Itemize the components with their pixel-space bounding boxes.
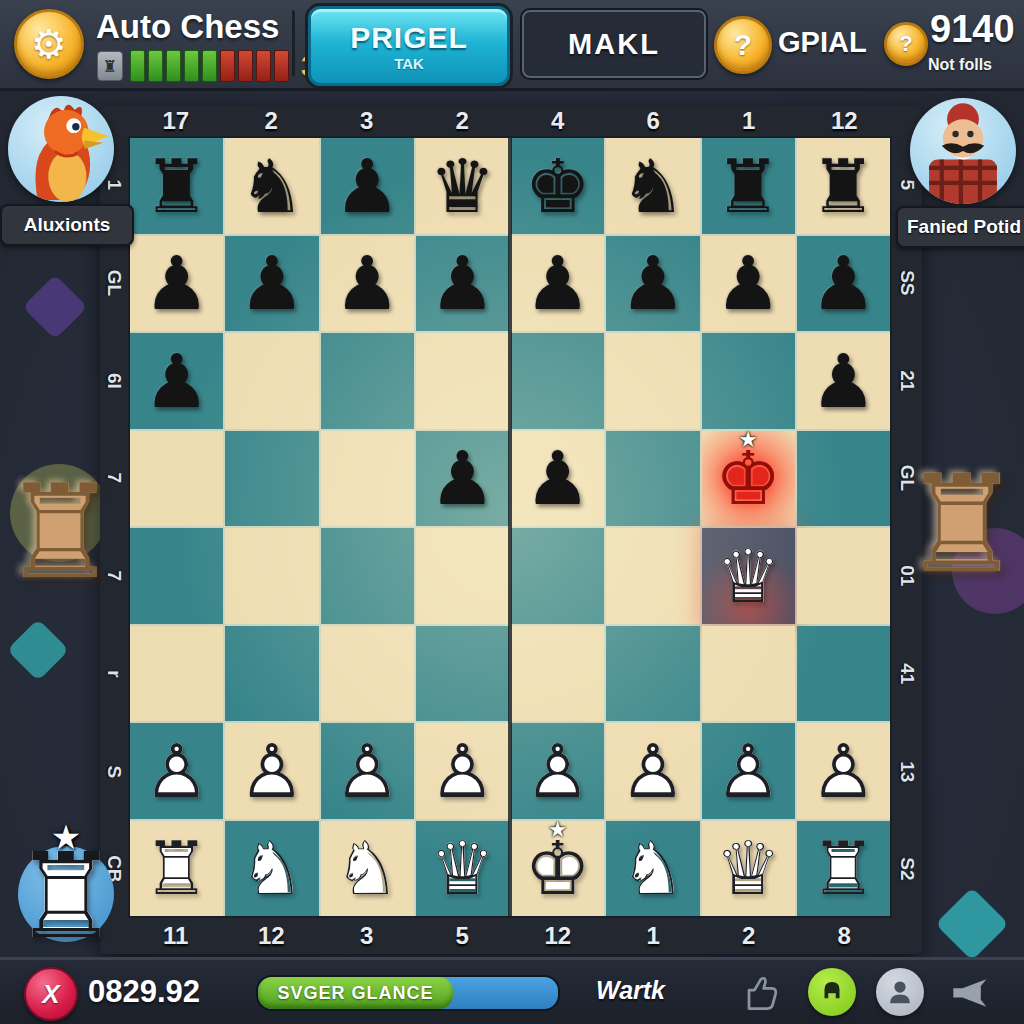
square-b4[interactable] (225, 528, 318, 624)
player-left-nameplate: Aluxionts (0, 204, 134, 246)
coins-value: 9140 (930, 8, 1015, 51)
piece-wP-d2[interactable]: ♟♙ (416, 723, 509, 819)
person-hood-icon (817, 977, 847, 1007)
square-g7[interactable]: ♟ (702, 236, 795, 332)
square-f7[interactable]: ♟ (606, 236, 699, 332)
piece-wN-b1[interactable]: ♞♘ (225, 821, 318, 917)
piece-wP-f2[interactable]: ♟♙ (606, 723, 699, 819)
primary-button-label: PRIGEL (350, 21, 468, 55)
phoenix-avatar-image (8, 96, 114, 202)
square-b1[interactable]: ♞♘ (225, 821, 318, 917)
piece-wQ-d1[interactable]: ♛♕ (416, 821, 509, 917)
board-labels-top: 1723246112 (128, 106, 892, 136)
square-g8[interactable]: ♜ (702, 138, 795, 234)
square-h2[interactable]: ♟♙ (797, 723, 890, 819)
square-d1[interactable]: ♛♕ (416, 821, 509, 917)
board-labels-bottom: 11123512128 (128, 918, 892, 954)
decor-teal-diamond-2 (935, 887, 1009, 961)
square-f4[interactable] (606, 528, 699, 624)
piece-bP-f7[interactable]: ♟ (606, 236, 699, 332)
square-f5[interactable] (606, 431, 699, 527)
piece-wK-e1[interactable]: ♚♔★ (511, 821, 604, 917)
secondary-button-label: MAKL (568, 28, 660, 61)
square-a4[interactable] (130, 528, 223, 624)
help-coin-button[interactable]: ? (714, 16, 772, 74)
secondary-button[interactable]: MAKL (522, 10, 706, 78)
square-a2[interactable]: ♟♙ (130, 723, 223, 819)
square-b2[interactable]: ♟♙ (225, 723, 318, 819)
settings-button[interactable]: ⚙ (14, 9, 84, 79)
side-piece-white-star-rook[interactable]: ★ ♜♖ (16, 826, 116, 966)
person-icon (885, 977, 915, 1007)
thumb-icon (738, 970, 782, 1014)
square-h7[interactable]: ♟ (797, 236, 890, 332)
square-e2[interactable]: ♟♙ (511, 723, 604, 819)
square-h1[interactable]: ♜♖ (797, 821, 890, 917)
square-c4[interactable] (321, 528, 414, 624)
app-title: Auto Chess (96, 8, 279, 46)
square-d5[interactable]: ♟ (416, 431, 509, 527)
square-c6[interactable] (321, 333, 414, 429)
bottom-bar: X 0829.92 SVGER GLANCE Wartk (0, 957, 1024, 1024)
status-text: Wartk (596, 976, 665, 1005)
help-label: GPIAL (778, 26, 867, 59)
piece-bP-a6[interactable]: ♟ (130, 333, 223, 429)
square-g1[interactable]: ♛♕ (702, 821, 795, 917)
square-f2[interactable]: ♟♙ (606, 723, 699, 819)
bottom-label-3: 5 (415, 922, 511, 950)
piece-bR-g8[interactable]: ♜ (702, 138, 795, 234)
piece-bP-e7[interactable]: ♟ (511, 236, 604, 332)
square-a1[interactable]: ♜♖ (130, 821, 223, 917)
hp-segment-red (238, 50, 253, 82)
player-right-avatar[interactable] (910, 98, 1016, 204)
square-a3[interactable] (130, 626, 223, 722)
right-label-5: 41 (858, 659, 956, 689)
bottom-label-7: 8 (797, 922, 893, 950)
square-g6[interactable] (702, 333, 795, 429)
board: ♜♞♟♛♚♞♜♜♟♟♟♟♟♟♟♟♟♟♟♟♚♔★♛♕♟♙♟♙♟♙♟♙♟♙♟♙♟♙♟… (128, 136, 892, 918)
square-g3[interactable] (702, 626, 795, 722)
progress-label: SVGER GLANCE (277, 983, 433, 1004)
piece-xK-g5[interactable]: ♚♔★ (702, 431, 795, 527)
square-d3[interactable] (416, 626, 509, 722)
hp-segment-green (148, 50, 163, 82)
question-icon: ? (734, 28, 752, 62)
square-f6[interactable] (606, 333, 699, 429)
board-frame: 1723246112 1GL6I77rSCB ♜♞♟♛♚♞♜♜♟♟♟♟♟♟♟♟♟… (100, 106, 922, 954)
square-d8[interactable]: ♛ (416, 138, 509, 234)
piece-bP-h6[interactable]: ♟ (797, 333, 890, 429)
square-b7[interactable]: ♟ (225, 236, 318, 332)
top-bar: ⚙ Auto Chess ♜ 3:74 4 PRIGEL TAK MAKL ? … (0, 0, 1024, 91)
primary-button[interactable]: PRIGEL TAK (308, 6, 510, 86)
coins-caption: Not folls (928, 56, 992, 74)
piece-bP-b7[interactable]: ♟ (225, 236, 318, 332)
hp-segment-green (130, 50, 145, 82)
square-a5[interactable] (130, 431, 223, 527)
piece-bP-e5[interactable]: ♟ (511, 431, 604, 527)
square-g2[interactable]: ♟♙ (702, 723, 795, 819)
bottom-label-1: 12 (224, 922, 320, 950)
hp-rook-icon: ♜ (97, 51, 123, 81)
square-e4[interactable] (511, 528, 604, 624)
square-d4[interactable] (416, 528, 509, 624)
square-a6[interactable]: ♟ (130, 333, 223, 429)
square-e1[interactable]: ♚♔★ (511, 821, 604, 917)
square-g5[interactable]: ♚♔★ (702, 431, 795, 527)
hp-segments (130, 50, 289, 82)
piece-bR-a8[interactable]: ♜ (130, 138, 223, 234)
primary-button-sublabel: TAK (394, 55, 424, 72)
square-b5[interactable] (225, 431, 318, 527)
bottom-label-6: 2 (701, 922, 797, 950)
square-e3[interactable] (511, 626, 604, 722)
bottom-label-2: 3 (319, 922, 415, 950)
square-h6[interactable]: ♟ (797, 333, 890, 429)
bottom-label-4: 12 (510, 922, 606, 950)
piece-bP-a7[interactable]: ♟ (130, 236, 223, 332)
top-bar-divider (292, 10, 295, 76)
hp-segment-green (166, 50, 181, 82)
piece-bP-d5[interactable]: ♟ (416, 431, 509, 527)
piece-bR-h8[interactable]: ♜ (797, 138, 890, 234)
piece-bK-e8[interactable]: ♚ (511, 138, 604, 234)
top-label-7: 12 (797, 107, 893, 135)
square-b6[interactable] (225, 333, 318, 429)
star-icon: ★ (548, 819, 568, 841)
square-e6[interactable] (511, 333, 604, 429)
sound-button[interactable] (944, 968, 992, 1016)
coin-icon[interactable]: ? (884, 22, 928, 66)
top-label-1: 2 (224, 107, 320, 135)
square-f1[interactable]: ♞♘ (606, 821, 699, 917)
piece-wP-h2[interactable]: ♟♙ (797, 723, 890, 819)
close-button[interactable]: X (24, 967, 78, 1021)
progress-fill: SVGER GLANCE (258, 977, 453, 1009)
piece-wP-e2[interactable]: ♟♙ (511, 723, 604, 819)
question-icon-small: ? (899, 31, 912, 57)
piece-bQ-d8[interactable]: ♛ (416, 138, 509, 234)
top-label-4: 4 (510, 107, 606, 135)
square-e5[interactable]: ♟ (511, 431, 604, 527)
piece-wP-c2[interactable]: ♟♙ (321, 723, 414, 819)
square-e7[interactable]: ♟ (511, 236, 604, 332)
hp-segment-green (202, 50, 217, 82)
score-value: 0829.92 (88, 974, 200, 1010)
gear-icon: ⚙ (31, 21, 67, 67)
square-b3[interactable] (225, 626, 318, 722)
decor-teal-diamond (7, 619, 69, 681)
hp-segment-red (274, 50, 289, 82)
piece-wP-b2[interactable]: ♟♙ (225, 723, 318, 819)
piece-bP-c8[interactable]: ♟ (321, 138, 414, 234)
top-label-2: 3 (319, 107, 415, 135)
bottom-label-5: 1 (606, 922, 702, 950)
square-a8[interactable]: ♜ (130, 138, 223, 234)
square-e8[interactable]: ♚ (511, 138, 604, 234)
piece-bP-c7[interactable]: ♟ (321, 236, 414, 332)
strongman-avatar-image (910, 98, 1016, 204)
chat-button[interactable] (808, 968, 856, 1016)
hp-segment-green (184, 50, 199, 82)
square-a7[interactable]: ♟ (130, 236, 223, 332)
piece-bP-g7[interactable]: ♟ (702, 236, 795, 332)
star-icon: ★ (738, 429, 758, 451)
top-label-0: 17 (128, 107, 224, 135)
square-d2[interactable]: ♟♙ (416, 723, 509, 819)
top-label-5: 6 (606, 107, 702, 135)
side-piece-bronze-rook-left[interactable]: ♜♖ (8, 452, 112, 612)
square-d6[interactable] (416, 333, 509, 429)
square-c8[interactable]: ♟ (321, 138, 414, 234)
square-d7[interactable]: ♟ (416, 236, 509, 332)
player-right-name: Fanied Potid (907, 216, 1021, 237)
piece-bP-d7[interactable]: ♟ (416, 236, 509, 332)
hp-segment-red (220, 50, 235, 82)
square-f8[interactable]: ♞ (606, 138, 699, 234)
square-b8[interactable]: ♞ (225, 138, 318, 234)
top-label-3: 2 (415, 107, 511, 135)
piece-wN-c1[interactable]: ♞♘ (321, 821, 414, 917)
top-label-6: 1 (701, 107, 797, 135)
piece-bN-b8[interactable]: ♞ (225, 138, 318, 234)
piece-wN-f1[interactable]: ♞♘ (606, 821, 699, 917)
side-piece-bronze-rook-right[interactable]: ♜♖ (908, 442, 1016, 607)
piece-wR-h1[interactable]: ♜♖ (797, 821, 890, 917)
profile-button[interactable] (876, 968, 924, 1016)
piece-bP-h7[interactable]: ♟ (797, 236, 890, 332)
player-left-name: Aluxionts (24, 214, 111, 235)
hp-segment-red (256, 50, 271, 82)
progress-bar: SVGER GLANCE (256, 975, 560, 1011)
piece-wQ-g4[interactable]: ♛♕ (702, 528, 795, 624)
speaker-icon (946, 970, 990, 1014)
thumb-button[interactable] (736, 968, 784, 1016)
piece-wP-a2[interactable]: ♟♙ (130, 723, 223, 819)
player-left-avatar[interactable] (8, 96, 114, 202)
square-c2[interactable]: ♟♙ (321, 723, 414, 819)
square-f3[interactable] (606, 626, 699, 722)
piece-wR-a1[interactable]: ♜♖ (130, 821, 223, 917)
square-c7[interactable]: ♟ (321, 236, 414, 332)
piece-wQ-g1[interactable]: ♛♕ (702, 821, 795, 917)
square-g4[interactable]: ♛♕ (702, 528, 795, 624)
square-c1[interactable]: ♞♘ (321, 821, 414, 917)
square-h8[interactable]: ♜ (797, 138, 890, 234)
player-right-nameplate: Fanied Potid (896, 206, 1024, 248)
close-icon: X (42, 979, 59, 1010)
square-c3[interactable] (321, 626, 414, 722)
bottom-label-0: 11 (128, 922, 224, 950)
piece-bN-f8[interactable]: ♞ (606, 138, 699, 234)
piece-wP-g2[interactable]: ♟♙ (702, 723, 795, 819)
square-c5[interactable] (321, 431, 414, 527)
